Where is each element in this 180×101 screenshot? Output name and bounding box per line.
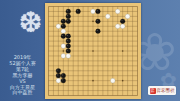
white-stone xyxy=(110,78,115,83)
go-board xyxy=(45,3,141,99)
white-stone xyxy=(66,54,71,59)
black-stone xyxy=(56,68,61,73)
stone-highlight xyxy=(57,25,58,26)
white-stone xyxy=(56,78,61,83)
stone-highlight xyxy=(121,25,122,26)
stone-highlight xyxy=(62,45,63,46)
white-stone xyxy=(125,14,130,19)
go-board-grid xyxy=(45,3,141,99)
stone-highlight xyxy=(126,15,127,16)
stone-highlight xyxy=(67,55,68,56)
stone-highlight xyxy=(57,79,58,80)
black-stone xyxy=(66,14,71,19)
stone-highlight xyxy=(57,69,58,70)
black-stone xyxy=(76,9,81,14)
black-stone xyxy=(56,73,61,78)
star-point xyxy=(122,50,124,52)
stone-highlight xyxy=(116,10,117,11)
stone-highlight xyxy=(77,10,78,11)
black-stone xyxy=(66,19,71,24)
black-stone xyxy=(61,19,66,24)
stone-highlight xyxy=(67,45,68,46)
stone-highlight xyxy=(62,20,63,21)
stone-highlight xyxy=(116,25,117,26)
stone-highlight xyxy=(97,20,98,21)
black-stone xyxy=(96,9,101,14)
black-stone xyxy=(61,78,66,83)
stone-highlight xyxy=(62,55,63,56)
snowflake-ornament-icon: ❆ xyxy=(19,9,42,37)
stone-highlight xyxy=(67,20,68,21)
black-stone xyxy=(61,34,66,39)
watermark-banner: 弈 弈客围棋 xyxy=(148,86,176,95)
stone-highlight xyxy=(107,15,108,16)
white-stone xyxy=(105,14,110,19)
black-stone xyxy=(66,9,71,14)
stone-highlight xyxy=(62,79,63,80)
white-stone xyxy=(56,24,61,29)
stone-highlight xyxy=(67,40,68,41)
white-stone xyxy=(61,44,66,49)
stone-highlight xyxy=(62,35,63,36)
stone-highlight xyxy=(57,74,58,75)
stone-highlight xyxy=(92,10,93,11)
stone-highlight xyxy=(97,30,98,31)
stone-highlight xyxy=(62,30,63,31)
white-stone xyxy=(115,24,120,29)
black-stone xyxy=(66,44,71,49)
stone-highlight xyxy=(67,15,68,16)
black-stone xyxy=(66,39,71,44)
star-point xyxy=(92,50,94,52)
black-stone xyxy=(96,29,101,34)
star-point xyxy=(63,50,65,52)
star-point xyxy=(92,80,94,82)
stone-highlight xyxy=(67,50,68,51)
white-stone xyxy=(120,24,125,29)
black-stone xyxy=(96,19,101,24)
watermark-logo-icon: 弈 xyxy=(150,88,156,94)
star-point xyxy=(122,80,124,82)
stone-highlight xyxy=(121,20,122,21)
watermark-text: 弈客围棋 xyxy=(157,86,175,95)
stone-highlight xyxy=(62,74,63,75)
white-stone xyxy=(115,9,120,14)
stone-highlight xyxy=(112,79,113,80)
star-point xyxy=(92,21,94,23)
stone-highlight xyxy=(97,10,98,11)
white-stone xyxy=(61,29,66,34)
game-info-panel: 2019年 52届个人赛 第7轮 黑方李赫 VS 白方王晨星 白中盘胜 xyxy=(0,55,45,96)
white-stone xyxy=(91,9,96,14)
black-stone xyxy=(66,34,71,39)
thumbnail-stage: ❆ ❀ ✿ 2019年 52届个人赛 第7轮 黑方李赫 VS 白方王晨星 白中盘… xyxy=(0,0,180,101)
black-stone xyxy=(61,73,66,78)
stone-highlight xyxy=(67,10,68,11)
black-stone xyxy=(66,49,71,54)
stone-highlight xyxy=(67,35,68,36)
black-stone xyxy=(120,19,125,24)
info-result: 白中盘胜 xyxy=(0,90,45,96)
black-stone xyxy=(61,24,66,29)
stone-highlight xyxy=(62,25,63,26)
white-stone xyxy=(61,54,66,59)
